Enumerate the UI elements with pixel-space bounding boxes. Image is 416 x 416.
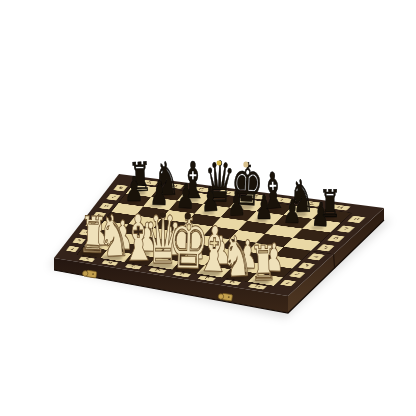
file-label-near-h: H <box>248 284 268 290</box>
rank-label-right-8: 8 <box>347 215 366 223</box>
rank-label-right-1: 1 <box>279 280 296 287</box>
file-label-near-e: E <box>173 271 191 277</box>
file-label-near-f: F <box>197 275 216 281</box>
rank-label-right-4: 4 <box>307 253 325 260</box>
rank-label-right-3: 3 <box>298 262 316 269</box>
rank-label-left-4: 4 <box>85 220 100 227</box>
rank-label-left-5: 5 <box>92 212 107 219</box>
rank-label-right-2: 2 <box>288 271 306 278</box>
rank-label-left-8: 8 <box>113 184 128 191</box>
rank-label-left-1: 1 <box>66 246 80 253</box>
rank-label-right-7: 7 <box>336 225 355 233</box>
file-label-near-a: A <box>78 256 95 262</box>
rank-label-left-7: 7 <box>106 194 121 201</box>
file-label-near-b: B <box>101 260 118 266</box>
rank-label-left-6: 6 <box>99 203 114 210</box>
file-label-near-c: C <box>125 264 143 270</box>
rank-label-right-6: 6 <box>326 235 345 243</box>
rank-label-left-3: 3 <box>78 229 92 236</box>
file-label-near-d: D <box>148 268 166 274</box>
file-label-near-g: G <box>222 279 241 285</box>
scene: AA11BB22CC33DD44EE55FF66GG77HH88 ♜♞♝♛♚♝♞… <box>0 0 416 416</box>
rank-label-right-5: 5 <box>317 244 335 251</box>
rank-label-left-2: 2 <box>72 237 86 244</box>
